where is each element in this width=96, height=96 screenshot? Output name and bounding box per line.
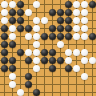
board-intersection[interactable] (64, 0, 72, 8)
board-intersection[interactable] (8, 0, 16, 8)
white-stone (73, 1, 80, 8)
board-intersection[interactable] (16, 88, 24, 96)
board-intersection[interactable] (32, 24, 40, 32)
white-stone (33, 17, 40, 24)
board-intersection[interactable] (0, 48, 8, 56)
board-intersection[interactable] (80, 80, 88, 88)
board-intersection[interactable] (40, 72, 48, 80)
board-intersection[interactable] (24, 16, 32, 24)
board-intersection[interactable] (56, 80, 64, 88)
black-stone (49, 49, 56, 56)
white-stone (41, 17, 48, 24)
black-stone (89, 33, 96, 40)
board-intersection[interactable] (40, 88, 48, 96)
board-intersection[interactable] (40, 48, 48, 56)
board-intersection[interactable] (40, 40, 48, 48)
board-intersection[interactable] (56, 40, 64, 48)
board-intersection[interactable] (72, 56, 80, 64)
board-intersection[interactable] (80, 8, 88, 16)
white-stone (73, 65, 80, 72)
board-intersection[interactable] (64, 88, 72, 96)
board-intersection[interactable] (80, 0, 88, 8)
board-intersection[interactable] (48, 32, 56, 40)
black-stone (41, 57, 48, 64)
white-stone (81, 1, 88, 8)
white-stone (65, 49, 72, 56)
board-intersection[interactable] (48, 56, 56, 64)
black-stone (57, 57, 64, 64)
board-intersection[interactable] (88, 48, 96, 56)
black-stone (57, 33, 64, 40)
board-intersection[interactable] (0, 88, 8, 96)
black-stone (65, 65, 72, 72)
black-stone (17, 9, 24, 16)
board-intersection[interactable] (72, 0, 80, 8)
board-intersection[interactable] (88, 88, 96, 96)
black-stone (57, 9, 64, 16)
white-stone (9, 33, 16, 40)
white-stone (89, 57, 96, 64)
board-intersection[interactable] (72, 48, 80, 56)
board-intersection[interactable] (32, 8, 40, 16)
black-stone (25, 57, 32, 64)
board-intersection[interactable] (0, 80, 8, 88)
board-intersection[interactable] (64, 32, 72, 40)
black-stone (25, 73, 32, 80)
white-stone (25, 9, 32, 16)
white-stone (73, 9, 80, 16)
board-intersection[interactable] (0, 56, 8, 64)
board-intersection[interactable] (72, 24, 80, 32)
board-intersection[interactable] (24, 24, 32, 32)
board-intersection[interactable] (32, 72, 40, 80)
board-intersection[interactable] (56, 32, 64, 40)
black-stone (1, 33, 8, 40)
black-stone (57, 17, 64, 24)
board-intersection[interactable] (40, 0, 48, 8)
board-intersection[interactable] (24, 8, 32, 16)
board-intersection[interactable] (48, 80, 56, 88)
board-intersection[interactable] (8, 40, 16, 48)
board-intersection[interactable] (16, 72, 24, 80)
board-intersection[interactable] (24, 40, 32, 48)
board-intersection[interactable] (40, 32, 48, 40)
board-intersection[interactable] (88, 40, 96, 48)
board-intersection[interactable] (56, 16, 64, 24)
black-stone (33, 89, 40, 96)
black-stone (17, 1, 24, 8)
board-intersection[interactable] (0, 24, 8, 32)
board-intersection[interactable] (72, 32, 80, 40)
board-intersection[interactable] (8, 48, 16, 56)
board-intersection[interactable] (80, 88, 88, 96)
board-intersection[interactable] (56, 72, 64, 80)
board-intersection[interactable] (80, 16, 88, 24)
board-intersection[interactable] (40, 8, 48, 16)
board-intersection[interactable] (64, 48, 72, 56)
board-intersection[interactable] (24, 0, 32, 8)
white-stone (81, 57, 88, 64)
board-intersection[interactable] (32, 56, 40, 64)
board-intersection[interactable] (88, 24, 96, 32)
white-stone (1, 1, 8, 8)
board-intersection[interactable] (64, 80, 72, 88)
black-stone (65, 9, 72, 16)
board-intersection[interactable] (24, 56, 32, 64)
board-intersection[interactable] (88, 32, 96, 40)
white-stone (25, 49, 32, 56)
white-stone (33, 25, 40, 32)
board-intersection[interactable] (16, 32, 24, 40)
black-stone (89, 1, 96, 8)
black-stone (49, 65, 56, 72)
board-intersection[interactable] (0, 32, 8, 40)
white-stone (73, 49, 80, 56)
board-intersection[interactable] (48, 88, 56, 96)
black-stone (17, 25, 24, 32)
board-intersection[interactable] (0, 8, 8, 16)
board-intersection[interactable] (80, 24, 88, 32)
board-intersection[interactable] (48, 64, 56, 72)
board-intersection[interactable] (24, 48, 32, 56)
board-intersection[interactable] (88, 64, 96, 72)
black-stone (9, 65, 16, 72)
white-stone (81, 33, 88, 40)
board-intersection[interactable] (40, 80, 48, 88)
board-intersection[interactable] (16, 40, 24, 48)
black-stone (41, 33, 48, 40)
board-intersection[interactable] (64, 8, 72, 16)
board-intersection[interactable] (72, 8, 80, 16)
board-intersection[interactable] (24, 88, 32, 96)
board-intersection[interactable] (80, 32, 88, 40)
go-board[interactable] (0, 0, 96, 96)
white-stone (33, 65, 40, 72)
board-intersection[interactable] (40, 56, 48, 64)
board-intersection[interactable] (8, 32, 16, 40)
black-stone (1, 25, 8, 32)
white-stone (81, 25, 88, 32)
black-stone (1, 57, 8, 64)
white-stone (73, 33, 80, 40)
board-intersection[interactable] (24, 64, 32, 72)
black-stone (1, 49, 8, 56)
board-intersection[interactable] (56, 8, 64, 16)
board-intersection[interactable] (32, 16, 40, 24)
board-intersection[interactable] (32, 32, 40, 40)
board-intersection[interactable] (32, 48, 40, 56)
white-stone (33, 41, 40, 48)
black-stone (49, 9, 56, 16)
black-stone (65, 33, 72, 40)
board-intersection[interactable] (48, 40, 56, 48)
black-stone (1, 65, 8, 72)
black-stone (65, 17, 72, 24)
board-intersection[interactable] (72, 72, 80, 80)
white-stone (81, 49, 88, 56)
board-intersection[interactable] (16, 0, 24, 8)
white-stone (9, 1, 16, 8)
board-intersection[interactable] (0, 40, 8, 48)
board-intersection[interactable] (24, 80, 32, 88)
black-stone (65, 1, 72, 8)
board-intersection[interactable] (16, 48, 24, 56)
black-stone (57, 25, 64, 32)
black-stone (1, 41, 8, 48)
white-stone (33, 49, 40, 56)
board-intersection[interactable] (48, 8, 56, 16)
black-stone (9, 41, 16, 48)
black-stone (25, 25, 32, 32)
board-intersection[interactable] (64, 40, 72, 48)
white-stone (33, 57, 40, 64)
white-stone (9, 73, 16, 80)
white-stone (81, 17, 88, 24)
board-intersection[interactable] (64, 56, 72, 64)
board-intersection[interactable] (32, 80, 40, 88)
white-stone (17, 89, 24, 96)
board-intersection[interactable] (16, 80, 24, 88)
board-intersection[interactable] (48, 48, 56, 56)
board-intersection[interactable] (0, 64, 8, 72)
black-stone (9, 17, 16, 24)
white-stone (1, 17, 8, 24)
black-stone (9, 9, 16, 16)
board-intersection[interactable] (56, 88, 64, 96)
board-intersection[interactable] (64, 72, 72, 80)
white-stone (25, 33, 32, 40)
white-stone (33, 33, 40, 40)
board-intersection[interactable] (8, 56, 16, 64)
white-stone (57, 41, 64, 48)
board-intersection[interactable] (88, 72, 96, 80)
board-intersection[interactable] (16, 24, 24, 32)
board-intersection[interactable] (48, 24, 56, 32)
board-intersection[interactable] (0, 0, 8, 8)
board-intersection[interactable] (56, 48, 64, 56)
board-intersection[interactable] (40, 24, 48, 32)
board-intersection[interactable] (16, 56, 24, 64)
board-intersection[interactable] (48, 72, 56, 80)
board-intersection[interactable] (64, 64, 72, 72)
black-stone (25, 81, 32, 88)
white-stone (9, 81, 16, 88)
board-intersection[interactable] (40, 64, 48, 72)
board-intersection[interactable] (8, 80, 16, 88)
board-intersection[interactable] (88, 56, 96, 64)
board-intersection[interactable] (16, 64, 24, 72)
board-intersection[interactable] (32, 40, 40, 48)
board-intersection[interactable] (8, 8, 16, 16)
board-intersection[interactable] (32, 64, 40, 72)
board-intersection[interactable] (16, 16, 24, 24)
white-stone (65, 57, 72, 64)
board-intersection[interactable] (64, 24, 72, 32)
board-intersection[interactable] (80, 40, 88, 48)
board-intersection[interactable] (8, 72, 16, 80)
board-intersection[interactable] (72, 40, 80, 48)
black-stone (41, 49, 48, 56)
white-stone (33, 1, 40, 8)
board-intersection[interactable] (56, 0, 64, 8)
board-intersection[interactable] (24, 72, 32, 80)
board-intersection[interactable] (88, 80, 96, 88)
board-intersection[interactable] (88, 16, 96, 24)
board-intersection[interactable] (48, 16, 56, 24)
white-stone (73, 17, 80, 24)
black-stone (65, 25, 72, 32)
board-intersection[interactable] (24, 32, 32, 40)
board-intersection[interactable] (16, 8, 24, 16)
board-intersection[interactable] (56, 24, 64, 32)
board-intersection[interactable] (32, 0, 40, 8)
board-intersection[interactable] (8, 88, 16, 96)
board-intersection[interactable] (80, 64, 88, 72)
white-stone (81, 73, 88, 80)
black-stone (9, 57, 16, 64)
board-intersection[interactable] (80, 48, 88, 56)
board-intersection[interactable] (64, 16, 72, 24)
board-intersection[interactable] (56, 64, 64, 72)
white-stone (73, 25, 80, 32)
black-stone (49, 33, 56, 40)
white-stone (81, 9, 88, 16)
black-stone (49, 57, 56, 64)
board-intersection[interactable] (32, 88, 40, 96)
board-intersection[interactable] (56, 56, 64, 64)
board-intersection[interactable] (80, 56, 88, 64)
white-stone (1, 9, 8, 16)
board-intersection[interactable] (72, 16, 80, 24)
black-stone (17, 17, 24, 24)
board-intersection[interactable] (8, 16, 16, 24)
board-intersection[interactable] (72, 88, 80, 96)
board-intersection[interactable] (8, 24, 16, 32)
board-intersection[interactable] (0, 72, 8, 80)
board-intersection[interactable] (0, 16, 8, 24)
white-stone (9, 25, 16, 32)
board-intersection[interactable] (72, 80, 80, 88)
board-intersection[interactable] (72, 64, 80, 72)
board-intersection[interactable] (40, 16, 48, 24)
black-stone (17, 49, 24, 56)
black-stone (49, 25, 56, 32)
board-intersection[interactable] (88, 0, 96, 8)
board-intersection[interactable] (80, 72, 88, 80)
board-intersection[interactable] (48, 0, 56, 8)
board-intersection[interactable] (8, 64, 16, 72)
board-intersection[interactable] (88, 8, 96, 16)
